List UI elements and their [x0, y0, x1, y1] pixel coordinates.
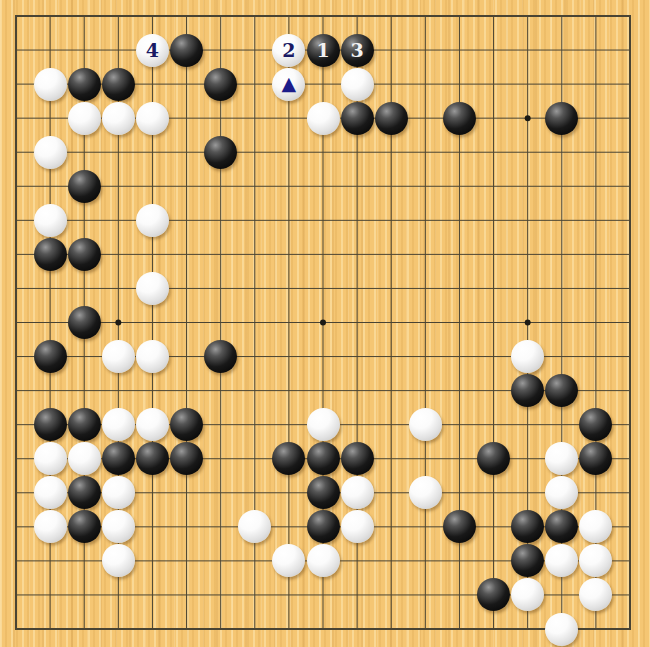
stone-black [34, 340, 67, 373]
go-app-window: 4213▲ [0, 0, 650, 647]
stone-black [341, 102, 374, 135]
stone-white [341, 68, 374, 101]
stone-white [102, 340, 135, 373]
stone-white [34, 136, 67, 169]
stone-black [102, 68, 135, 101]
stone-white: ▲ [272, 68, 305, 101]
stone-black [34, 408, 67, 441]
stone-white [68, 102, 101, 135]
stone-white [102, 544, 135, 577]
stone-black [68, 476, 101, 509]
stone-white [409, 408, 442, 441]
stone-black [204, 136, 237, 169]
stone-black [443, 102, 476, 135]
stone-white [34, 510, 67, 543]
stone-white [307, 544, 340, 577]
stone-white [102, 408, 135, 441]
stone-black [341, 442, 374, 475]
stone-white [34, 204, 67, 237]
stone-black [68, 238, 101, 271]
stone-black [170, 34, 203, 67]
stone-black [170, 408, 203, 441]
stone-black [307, 510, 340, 543]
move-number-label: 1 [316, 41, 329, 60]
stone-white [136, 408, 169, 441]
stone-black: 1 [307, 34, 340, 67]
stone-white [409, 476, 442, 509]
stone-white: 4 [136, 34, 169, 67]
go-board[interactable]: 4213▲ [0, 0, 650, 647]
move-number-label: 4 [146, 41, 159, 60]
triangle-marker-icon: ▲ [282, 74, 297, 93]
stone-black [545, 102, 578, 135]
stone-white [102, 476, 135, 509]
stone-white [307, 408, 340, 441]
stone-white [34, 442, 67, 475]
stone-white [68, 442, 101, 475]
stone-white [341, 476, 374, 509]
stone-white [307, 102, 340, 135]
stone-black [34, 238, 67, 271]
stone-black [102, 442, 135, 475]
stone-white [102, 510, 135, 543]
stone-white [136, 204, 169, 237]
stone-black [204, 68, 237, 101]
stone-black [68, 68, 101, 101]
stone-white [102, 102, 135, 135]
stone-black [307, 442, 340, 475]
stone-white [341, 510, 374, 543]
stone-white [511, 340, 544, 373]
stone-white [136, 340, 169, 373]
stone-black [68, 170, 101, 203]
move-number-label: 3 [350, 41, 363, 60]
stone-black [68, 306, 101, 339]
stone-white [34, 476, 67, 509]
stone-white [34, 68, 67, 101]
stone-white [545, 613, 578, 646]
stone-white: 2 [272, 34, 305, 67]
stone-black: 3 [341, 34, 374, 67]
stone-white [136, 102, 169, 135]
stone-white [136, 272, 169, 305]
move-number-label: 2 [282, 41, 295, 60]
stone-black [68, 510, 101, 543]
stone-black [204, 340, 237, 373]
stone-black [68, 408, 101, 441]
stone-black [375, 102, 408, 135]
stone-black [136, 442, 169, 475]
stone-black [307, 476, 340, 509]
